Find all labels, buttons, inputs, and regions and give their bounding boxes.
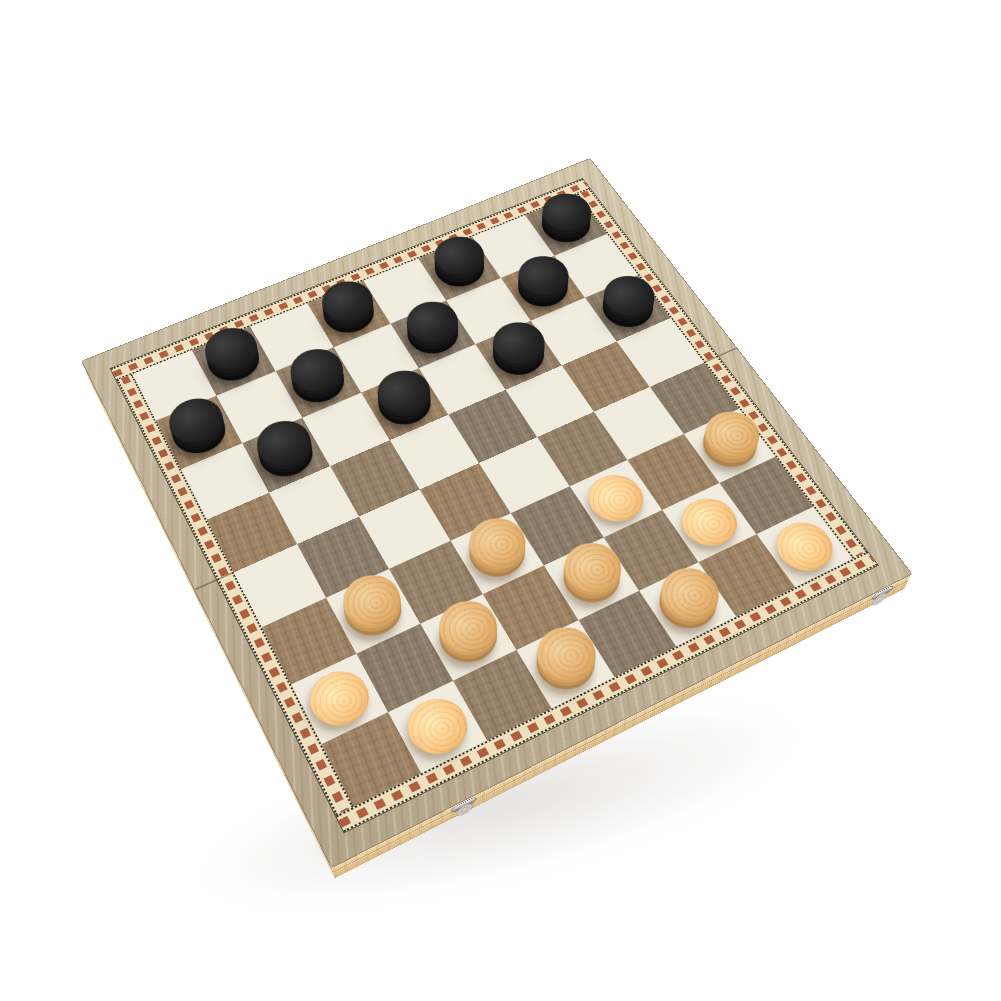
piece-top-face [554,535,631,602]
metal-clasp-left [452,796,477,823]
scene [0,0,1001,1001]
black-checker-piece [484,328,553,383]
black-checker-piece [251,425,321,485]
checkerboard-grid [132,194,852,807]
piece-top-face [651,560,730,628]
square-r5c3-light [359,489,451,569]
product-photo-stage [0,0,1001,1001]
checkers-board [81,158,913,868]
fold-seam-side [195,589,200,605]
